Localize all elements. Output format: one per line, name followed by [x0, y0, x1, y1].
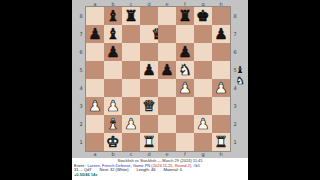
square-a2[interactable] [86, 115, 104, 133]
square-e4[interactable] [158, 79, 176, 97]
square-c4[interactable] [122, 79, 140, 97]
file-label-d-bottom: d [140, 151, 158, 157]
square-f7[interactable] [176, 25, 194, 43]
piece-white-pawn[interactable]: ♟ [214, 79, 227, 97]
rank-label-8-right: 8 [231, 7, 239, 25]
letterbox-left [0, 0, 72, 180]
info-footer: Stockfish vs Stockfish — March 29 (2024)… [72, 158, 248, 180]
square-d6[interactable] [140, 43, 158, 61]
file-label-f-bottom: f [176, 151, 194, 157]
rank-label-7-left: 7 [77, 25, 85, 43]
square-h3[interactable] [212, 97, 230, 115]
square-d8[interactable] [140, 7, 158, 25]
square-h2[interactable] [212, 115, 230, 133]
square-e7[interactable] [158, 25, 176, 43]
square-d7[interactable]: ♛ [140, 25, 158, 43]
square-c7[interactable] [122, 25, 140, 43]
piece-white-rook[interactable]: ♜ [214, 133, 227, 151]
rank-label-4-left: 4 [77, 79, 85, 97]
material-tray: ♝ ♞ [233, 64, 247, 86]
square-c6[interactable] [122, 43, 140, 61]
footer-text-segment: Material: 0 [163, 168, 182, 173]
square-c2[interactable]: ♟ [122, 115, 140, 133]
square-d3[interactable]: ♛ [140, 97, 158, 115]
square-f6[interactable]: ♟ [176, 43, 194, 61]
square-f3[interactable] [176, 97, 194, 115]
square-g1[interactable] [194, 133, 212, 151]
piece-black-rook[interactable]: ♜ [178, 7, 191, 25]
piece-white-pawn[interactable]: ♟ [124, 115, 137, 133]
rank-label-3-left: 3 [77, 97, 85, 115]
square-b3[interactable]: ♟ [104, 97, 122, 115]
square-h6[interactable] [212, 43, 230, 61]
square-b2[interactable]: ♝ [104, 115, 122, 133]
rank-label-5-left: 5 [77, 61, 85, 79]
square-f1[interactable] [176, 133, 194, 151]
square-g2[interactable]: ♟ [194, 115, 212, 133]
square-a3[interactable]: ♟ [86, 97, 104, 115]
piece-white-knight[interactable]: ♞ [178, 61, 191, 79]
piece-white-bishop[interactable]: ♝ [106, 115, 119, 133]
rank-label-2-right: 2 [231, 115, 239, 133]
square-g4[interactable] [194, 79, 212, 97]
square-h8[interactable] [212, 7, 230, 25]
square-b7[interactable]: ♝ [104, 25, 122, 43]
square-c5[interactable] [122, 61, 140, 79]
square-f2[interactable] [176, 115, 194, 133]
square-g5[interactable] [194, 61, 212, 79]
rank-label-8-left: 8 [77, 7, 85, 25]
video-frame: aabbccddeeffgghh8877665544332211 ♝♜♜♚♟♝♛… [0, 0, 320, 180]
piece-black-pawn[interactable]: ♟ [142, 61, 155, 79]
file-label-c-bottom: c [122, 151, 140, 157]
piece-white-queen[interactable]: ♛ [142, 97, 155, 115]
file-label-e-bottom: e [158, 151, 176, 157]
square-e1[interactable] [158, 133, 176, 151]
square-g8[interactable]: ♚ [194, 7, 212, 25]
square-b6[interactable]: ♟ [104, 43, 122, 61]
square-d5[interactable]: ♟ [140, 61, 158, 79]
rank-label-6-left: 6 [77, 43, 85, 61]
square-d4[interactable] [140, 79, 158, 97]
square-b1[interactable]: ♚ [104, 133, 122, 151]
rank-label-1-right: 1 [231, 133, 239, 151]
piece-black-bishop[interactable]: ♝ [106, 25, 119, 43]
square-a5[interactable] [86, 61, 104, 79]
rank-label-2-left: 2 [77, 115, 85, 133]
square-b8[interactable]: ♝ [104, 7, 122, 25]
piece-white-rook[interactable]: ♜ [142, 133, 155, 151]
square-b4[interactable] [104, 79, 122, 97]
square-a1[interactable] [86, 133, 104, 151]
rank-label-1-left: 1 [77, 133, 85, 151]
piece-black-rook[interactable]: ♜ [124, 7, 137, 25]
piece-black-pawn[interactable]: ♟ [178, 43, 191, 61]
piece-black-pawn[interactable]: ♟ [88, 25, 101, 43]
square-f5[interactable]: ♞ [176, 61, 194, 79]
piece-white-king[interactable]: ♚ [106, 133, 119, 151]
footer-text-segment: , #b1 [191, 163, 200, 168]
square-h4[interactable]: ♟ [212, 79, 230, 97]
letterbox-right [248, 0, 320, 180]
square-a7[interactable]: ♟ [86, 25, 104, 43]
rank-label-6-right: 6 [231, 43, 239, 61]
square-g6[interactable] [194, 43, 212, 61]
square-d1[interactable]: ♜ [140, 133, 158, 151]
piece-white-pawn[interactable]: ♟ [178, 79, 191, 97]
chess-gui-panel: aabbccddeeffgghh8877665544332211 ♝♜♜♚♟♝♛… [72, 0, 248, 180]
square-a6[interactable] [86, 43, 104, 61]
piece-white-pawn[interactable]: ♟ [196, 115, 209, 133]
square-f4[interactable]: ♟ [176, 79, 194, 97]
square-h7[interactable]: ♟ [212, 25, 230, 43]
footer-text-segment: Next: 32 (White) [100, 168, 129, 173]
piece-black-bishop[interactable]: ♝ [106, 7, 119, 25]
square-h5[interactable] [212, 61, 230, 79]
square-e2[interactable] [158, 115, 176, 133]
file-label-h-bottom: h [212, 151, 230, 157]
captured-black-bishop-icon: ♝ [236, 64, 245, 75]
square-c3[interactable] [122, 97, 140, 115]
square-a4[interactable] [86, 79, 104, 97]
square-g7[interactable] [194, 25, 212, 43]
piece-white-pawn[interactable]: ♟ [88, 97, 101, 115]
file-label-g-bottom: g [194, 151, 212, 157]
square-a8[interactable] [86, 7, 104, 25]
square-e5[interactable]: ♟ [158, 61, 176, 79]
chess-board: ♝♜♜♚♟♝♛♟♟♟♟♟♞♟♟♟♟♛♝♟♟♚♜♜ [86, 7, 230, 151]
piece-black-pawn[interactable]: ♟ [106, 43, 119, 61]
square-e8[interactable] [158, 7, 176, 25]
square-e6[interactable] [158, 43, 176, 61]
piece-black-pawn[interactable]: ♟ [160, 61, 173, 79]
square-e3[interactable] [158, 97, 176, 115]
engine-eval: +0.50/46 14s [74, 172, 246, 177]
square-f8[interactable]: ♜ [176, 7, 194, 25]
piece-white-pawn[interactable]: ♟ [106, 97, 119, 115]
footer-text-segment: Length: 46 [136, 168, 155, 173]
piece-black-king[interactable]: ♚ [196, 7, 209, 25]
file-label-a-bottom: a [86, 151, 104, 157]
square-c1[interactable] [122, 133, 140, 151]
rank-label-7-right: 7 [231, 25, 239, 43]
square-b5[interactable] [104, 61, 122, 79]
square-h1[interactable]: ♜ [212, 133, 230, 151]
piece-black-pawn[interactable]: ♟ [214, 25, 227, 43]
square-g3[interactable] [194, 97, 212, 115]
captured-white-knight-icon: ♞ [236, 75, 245, 86]
file-label-b-bottom: b [104, 151, 122, 157]
square-d2[interactable] [140, 115, 158, 133]
square-c8[interactable]: ♜ [122, 7, 140, 25]
rank-label-3-right: 3 [231, 97, 239, 115]
